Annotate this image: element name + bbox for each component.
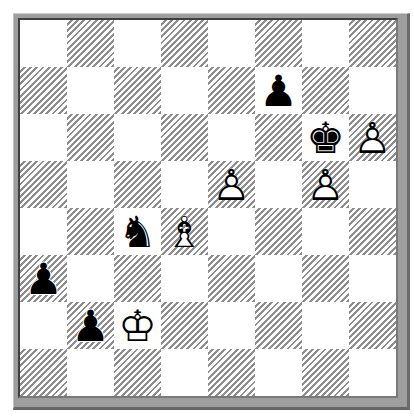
page: ♟♚♟♙♟♙♟♙♞♝♗♟♟♚♔ bbox=[0, 0, 414, 410]
piece-white-pawn[interactable]: ♟♙ bbox=[302, 161, 349, 208]
square-h2[interactable] bbox=[349, 302, 396, 349]
piece-white-pawn[interactable]: ♟♙ bbox=[208, 161, 255, 208]
square-b8[interactable] bbox=[67, 20, 114, 67]
square-h7[interactable] bbox=[349, 67, 396, 114]
square-h3[interactable] bbox=[349, 255, 396, 302]
square-a1[interactable] bbox=[20, 349, 67, 396]
square-b5[interactable] bbox=[67, 161, 114, 208]
square-a4[interactable] bbox=[20, 208, 67, 255]
square-g4[interactable] bbox=[302, 208, 349, 255]
square-c5[interactable] bbox=[114, 161, 161, 208]
square-e5[interactable]: ♟♙ bbox=[208, 161, 255, 208]
square-h5[interactable] bbox=[349, 161, 396, 208]
board-inner-border: ♟♚♟♙♟♙♟♙♞♝♗♟♟♚♔ bbox=[18, 18, 398, 398]
square-c4[interactable]: ♞ bbox=[114, 208, 161, 255]
square-d4[interactable]: ♝♗ bbox=[161, 208, 208, 255]
square-d3[interactable] bbox=[161, 255, 208, 302]
square-f6[interactable] bbox=[255, 114, 302, 161]
square-b4[interactable] bbox=[67, 208, 114, 255]
square-e1[interactable] bbox=[208, 349, 255, 396]
square-a6[interactable] bbox=[20, 114, 67, 161]
square-b1[interactable] bbox=[67, 349, 114, 396]
square-d1[interactable] bbox=[161, 349, 208, 396]
square-c3[interactable] bbox=[114, 255, 161, 302]
square-b3[interactable] bbox=[67, 255, 114, 302]
piece-white-bishop[interactable]: ♝♗ bbox=[161, 208, 208, 255]
square-b6[interactable] bbox=[67, 114, 114, 161]
square-b7[interactable] bbox=[67, 67, 114, 114]
square-e2[interactable] bbox=[208, 302, 255, 349]
piece-black-king[interactable]: ♚ bbox=[302, 114, 349, 161]
square-h8[interactable] bbox=[349, 20, 396, 67]
piece-black-knight[interactable]: ♞ bbox=[114, 208, 161, 255]
chess-board: ♟♚♟♙♟♙♟♙♞♝♗♟♟♚♔ bbox=[20, 20, 396, 396]
square-f2[interactable] bbox=[255, 302, 302, 349]
square-d6[interactable] bbox=[161, 114, 208, 161]
square-a3[interactable]: ♟ bbox=[20, 255, 67, 302]
square-a5[interactable] bbox=[20, 161, 67, 208]
square-e7[interactable] bbox=[208, 67, 255, 114]
square-g8[interactable] bbox=[302, 20, 349, 67]
square-e4[interactable] bbox=[208, 208, 255, 255]
square-e6[interactable] bbox=[208, 114, 255, 161]
square-c2[interactable]: ♚♔ bbox=[114, 302, 161, 349]
square-d8[interactable] bbox=[161, 20, 208, 67]
square-g6[interactable]: ♚ bbox=[302, 114, 349, 161]
square-f3[interactable] bbox=[255, 255, 302, 302]
square-d7[interactable] bbox=[161, 67, 208, 114]
square-f4[interactable] bbox=[255, 208, 302, 255]
square-g1[interactable] bbox=[302, 349, 349, 396]
square-f8[interactable] bbox=[255, 20, 302, 67]
square-b2[interactable]: ♟ bbox=[67, 302, 114, 349]
square-d5[interactable] bbox=[161, 161, 208, 208]
square-f5[interactable] bbox=[255, 161, 302, 208]
square-h6[interactable]: ♟♙ bbox=[349, 114, 396, 161]
square-c6[interactable] bbox=[114, 114, 161, 161]
piece-white-king[interactable]: ♚♔ bbox=[114, 302, 161, 349]
board-frame: ♟♚♟♙♟♙♟♙♞♝♗♟♟♚♔ bbox=[13, 13, 410, 410]
square-d2[interactable] bbox=[161, 302, 208, 349]
square-c1[interactable] bbox=[114, 349, 161, 396]
square-h4[interactable] bbox=[349, 208, 396, 255]
square-c7[interactable] bbox=[114, 67, 161, 114]
piece-black-pawn[interactable]: ♟ bbox=[255, 67, 302, 114]
square-a8[interactable] bbox=[20, 20, 67, 67]
piece-black-pawn[interactable]: ♟ bbox=[20, 255, 67, 302]
piece-black-pawn[interactable]: ♟ bbox=[67, 302, 114, 349]
square-h1[interactable] bbox=[349, 349, 396, 396]
square-g7[interactable] bbox=[302, 67, 349, 114]
square-g2[interactable] bbox=[302, 302, 349, 349]
square-e3[interactable] bbox=[208, 255, 255, 302]
square-g5[interactable]: ♟♙ bbox=[302, 161, 349, 208]
piece-white-pawn[interactable]: ♟♙ bbox=[349, 114, 396, 161]
square-a7[interactable] bbox=[20, 67, 67, 114]
square-a2[interactable] bbox=[20, 302, 67, 349]
square-e8[interactable] bbox=[208, 20, 255, 67]
square-c8[interactable] bbox=[114, 20, 161, 67]
square-f7[interactable]: ♟ bbox=[255, 67, 302, 114]
square-g3[interactable] bbox=[302, 255, 349, 302]
square-f1[interactable] bbox=[255, 349, 302, 396]
